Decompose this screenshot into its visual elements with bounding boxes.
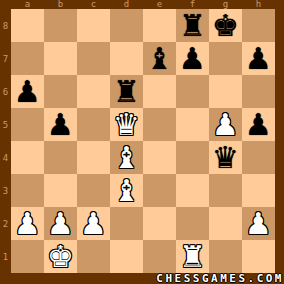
piece-black-pawn: ♟ [179, 42, 206, 75]
rank-label-8: 8 [0, 9, 11, 42]
file-label-e: e [143, 0, 176, 9]
square-b8[interactable] [44, 9, 77, 42]
piece-white-pawn: ♟ [14, 207, 41, 240]
square-h6[interactable] [242, 75, 275, 108]
square-d7[interactable] [110, 42, 143, 75]
square-c7[interactable] [77, 42, 110, 75]
file-label-g: g [209, 0, 242, 9]
square-c1[interactable] [77, 240, 110, 273]
square-a8[interactable] [11, 9, 44, 42]
piece-white-bishop: ♝ [113, 174, 140, 207]
square-e2[interactable] [143, 207, 176, 240]
piece-white-pawn: ♟ [47, 207, 74, 240]
square-a6[interactable]: ♟ [11, 75, 44, 108]
piece-white-pawn: ♟ [212, 108, 239, 141]
square-a3[interactable] [11, 174, 44, 207]
square-e1[interactable] [143, 240, 176, 273]
square-a1[interactable] [11, 240, 44, 273]
piece-white-pawn: ♟ [80, 207, 107, 240]
square-e7[interactable]: ♝ [143, 42, 176, 75]
square-b1[interactable]: ♚ [44, 240, 77, 273]
piece-black-pawn: ♟ [245, 42, 272, 75]
rank-label-3: 3 [0, 174, 11, 207]
file-label-a: a [11, 0, 44, 9]
piece-black-bishop: ♝ [146, 42, 173, 75]
square-d8[interactable] [110, 9, 143, 42]
square-f8[interactable]: ♜ [176, 9, 209, 42]
square-c2[interactable]: ♟ [77, 207, 110, 240]
square-b2[interactable]: ♟ [44, 207, 77, 240]
piece-white-rook: ♜ [179, 240, 206, 273]
square-c8[interactable] [77, 9, 110, 42]
file-label-f: f [176, 0, 209, 9]
piece-white-pawn: ♟ [245, 207, 272, 240]
file-label-b: b [44, 0, 77, 9]
square-e5[interactable] [143, 108, 176, 141]
square-c5[interactable] [77, 108, 110, 141]
square-a2[interactable]: ♟ [11, 207, 44, 240]
square-e8[interactable] [143, 9, 176, 42]
file-labels: abcdefgh [11, 0, 275, 9]
square-g8[interactable]: ♚ [209, 9, 242, 42]
square-h1[interactable] [242, 240, 275, 273]
square-h7[interactable]: ♟ [242, 42, 275, 75]
square-d4[interactable]: ♝ [110, 141, 143, 174]
square-c3[interactable] [77, 174, 110, 207]
square-e3[interactable] [143, 174, 176, 207]
square-d6[interactable]: ♜ [110, 75, 143, 108]
square-h5[interactable]: ♟ [242, 108, 275, 141]
square-g2[interactable] [209, 207, 242, 240]
piece-black-rook: ♜ [179, 9, 206, 42]
square-b5[interactable]: ♟ [44, 108, 77, 141]
piece-white-king: ♚ [47, 240, 74, 273]
square-b6[interactable] [44, 75, 77, 108]
square-f6[interactable] [176, 75, 209, 108]
piece-black-king: ♚ [212, 9, 239, 42]
square-g3[interactable] [209, 174, 242, 207]
chess-board: abcdefgh 87654321 ♜♚♝♟♟♟♜♟♛♟♟♝♛♝♟♟♟♟♚♜ C… [0, 0, 284, 284]
square-g7[interactable] [209, 42, 242, 75]
rank-label-6: 6 [0, 75, 11, 108]
rank-label-4: 4 [0, 141, 11, 174]
file-label-c: c [77, 0, 110, 9]
square-h4[interactable] [242, 141, 275, 174]
square-b7[interactable] [44, 42, 77, 75]
square-f1[interactable]: ♜ [176, 240, 209, 273]
rank-label-5: 5 [0, 108, 11, 141]
rank-labels: 87654321 [0, 9, 11, 273]
square-h8[interactable] [242, 9, 275, 42]
square-f7[interactable]: ♟ [176, 42, 209, 75]
square-e6[interactable] [143, 75, 176, 108]
square-f5[interactable] [176, 108, 209, 141]
piece-white-bishop: ♝ [113, 141, 140, 174]
square-g5[interactable]: ♟ [209, 108, 242, 141]
piece-black-pawn: ♟ [47, 108, 74, 141]
piece-black-pawn: ♟ [245, 108, 272, 141]
square-g1[interactable] [209, 240, 242, 273]
square-g6[interactable] [209, 75, 242, 108]
square-f2[interactable] [176, 207, 209, 240]
square-d5[interactable]: ♛ [110, 108, 143, 141]
file-label-h: h [242, 0, 275, 9]
square-e4[interactable] [143, 141, 176, 174]
square-a7[interactable] [11, 42, 44, 75]
square-a5[interactable] [11, 108, 44, 141]
square-f4[interactable] [176, 141, 209, 174]
square-d2[interactable] [110, 207, 143, 240]
square-c6[interactable] [77, 75, 110, 108]
rank-label-7: 7 [0, 42, 11, 75]
square-d3[interactable]: ♝ [110, 174, 143, 207]
square-d1[interactable] [110, 240, 143, 273]
board-grid: ♜♚♝♟♟♟♜♟♛♟♟♝♛♝♟♟♟♟♚♜ [11, 9, 275, 273]
square-g4[interactable]: ♛ [209, 141, 242, 174]
square-b3[interactable] [44, 174, 77, 207]
square-b4[interactable] [44, 141, 77, 174]
piece-black-rook: ♜ [113, 75, 140, 108]
square-h3[interactable] [242, 174, 275, 207]
square-h2[interactable]: ♟ [242, 207, 275, 240]
square-f3[interactable] [176, 174, 209, 207]
piece-black-pawn: ♟ [14, 75, 41, 108]
file-label-d: d [110, 0, 143, 9]
square-c4[interactable] [77, 141, 110, 174]
piece-black-queen: ♛ [212, 141, 239, 174]
piece-white-queen: ♛ [113, 108, 140, 141]
rank-label-2: 2 [0, 207, 11, 240]
rank-label-1: 1 [0, 240, 11, 273]
square-a4[interactable] [11, 141, 44, 174]
site-watermark: CHESSGAMES.COM [156, 273, 284, 284]
